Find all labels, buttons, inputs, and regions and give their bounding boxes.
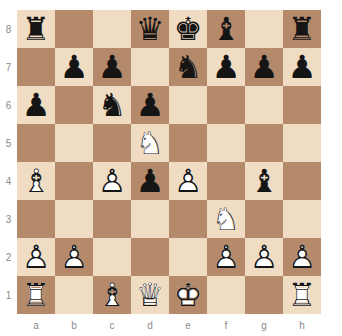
square-e8[interactable]: ♚ <box>169 10 207 48</box>
square-f4[interactable] <box>207 162 245 200</box>
square-d5[interactable]: ♞♘ <box>131 124 169 162</box>
pawn-glyph-outline: ♙ <box>17 238 55 276</box>
square-a5[interactable] <box>17 124 55 162</box>
square-h1[interactable]: ♜♖ <box>283 276 321 314</box>
file-label-f: f <box>207 314 245 336</box>
piece-black-pawn[interactable]: ♟ <box>131 86 169 124</box>
piece-white-bishop[interactable]: ♝♗ <box>93 276 131 314</box>
piece-white-rook[interactable]: ♜♖ <box>17 276 55 314</box>
file-label-c: c <box>93 314 131 336</box>
square-d6[interactable]: ♟ <box>131 86 169 124</box>
square-h8[interactable]: ♜ <box>283 10 321 48</box>
square-b6[interactable] <box>55 86 93 124</box>
file-label-e: e <box>169 314 207 336</box>
square-g1[interactable] <box>245 276 283 314</box>
piece-black-rook[interactable]: ♜ <box>283 10 321 48</box>
square-g4[interactable]: ♝ <box>245 162 283 200</box>
square-d7[interactable] <box>131 48 169 86</box>
square-c1[interactable]: ♝♗ <box>93 276 131 314</box>
piece-black-pawn[interactable]: ♟ <box>131 162 169 200</box>
piece-white-rook[interactable]: ♜♖ <box>283 276 321 314</box>
square-c2[interactable] <box>93 238 131 276</box>
pawn-glyph-outline: ♙ <box>55 238 93 276</box>
square-d4[interactable]: ♟ <box>131 162 169 200</box>
piece-white-bishop[interactable]: ♝♗ <box>17 162 55 200</box>
square-g2[interactable]: ♟♙ <box>245 238 283 276</box>
square-f6[interactable] <box>207 86 245 124</box>
square-f1[interactable] <box>207 276 245 314</box>
square-a8[interactable]: ♜ <box>17 10 55 48</box>
piece-black-rook[interactable]: ♜ <box>17 10 55 48</box>
square-g8[interactable] <box>245 10 283 48</box>
square-h2[interactable]: ♟♙ <box>283 238 321 276</box>
piece-black-pawn[interactable]: ♟ <box>283 48 321 86</box>
rank-label-3: 3 <box>0 200 17 238</box>
rook-glyph-outline: ♖ <box>283 276 321 314</box>
piece-white-queen[interactable]: ♛♕ <box>131 276 169 314</box>
square-b5[interactable] <box>55 124 93 162</box>
file-label-a: a <box>17 314 55 336</box>
square-e7[interactable]: ♞ <box>169 48 207 86</box>
pawn-glyph-outline: ♙ <box>93 162 131 200</box>
pawn-glyph-outline: ♙ <box>245 238 283 276</box>
piece-black-pawn[interactable]: ♟ <box>93 48 131 86</box>
square-a6[interactable]: ♟ <box>17 86 55 124</box>
king-glyph-outline: ♔ <box>169 276 207 314</box>
pawn-glyph-outline: ♙ <box>283 238 321 276</box>
square-a4[interactable]: ♝♗ <box>17 162 55 200</box>
piece-white-pawn[interactable]: ♟♙ <box>17 238 55 276</box>
piece-white-pawn[interactable]: ♟♙ <box>93 162 131 200</box>
square-h7[interactable]: ♟ <box>283 48 321 86</box>
square-d1[interactable]: ♛♕ <box>131 276 169 314</box>
square-b4[interactable] <box>55 162 93 200</box>
pawn-glyph-outline: ♙ <box>207 238 245 276</box>
square-f2[interactable]: ♟♙ <box>207 238 245 276</box>
rank-label-1: 1 <box>0 276 17 314</box>
piece-black-knight[interactable]: ♞ <box>169 48 207 86</box>
bishop-glyph-outline: ♗ <box>93 276 131 314</box>
square-d3[interactable] <box>131 200 169 238</box>
rank-label-5: 5 <box>0 124 17 162</box>
square-f5[interactable] <box>207 124 245 162</box>
rank-labels: 87654321 <box>0 10 17 314</box>
square-h4[interactable] <box>283 162 321 200</box>
square-c7[interactable]: ♟ <box>93 48 131 86</box>
square-h3[interactable] <box>283 200 321 238</box>
piece-white-knight[interactable]: ♞♘ <box>131 124 169 162</box>
square-b8[interactable] <box>55 10 93 48</box>
piece-black-king[interactable]: ♚ <box>169 10 207 48</box>
square-h6[interactable] <box>283 86 321 124</box>
square-a1[interactable]: ♜♖ <box>17 276 55 314</box>
piece-black-pawn[interactable]: ♟ <box>207 48 245 86</box>
square-d2[interactable] <box>131 238 169 276</box>
square-c8[interactable] <box>93 10 131 48</box>
piece-white-pawn[interactable]: ♟♙ <box>55 238 93 276</box>
file-label-h: h <box>283 314 321 336</box>
square-g3[interactable] <box>245 200 283 238</box>
queen-glyph-outline: ♕ <box>131 276 169 314</box>
square-c5[interactable] <box>93 124 131 162</box>
square-g5[interactable] <box>245 124 283 162</box>
knight-glyph-outline: ♘ <box>207 200 245 238</box>
piece-white-pawn[interactable]: ♟♙ <box>207 238 245 276</box>
chess-board[interactable]: ♜♛♚♝♜♟♟♞♟♟♟♟♞♟♞♘♝♗♟♙♟♟♙♝♞♘♟♙♟♙♟♙♟♙♟♙♜♖♝♗… <box>17 10 321 314</box>
square-e2[interactable] <box>169 238 207 276</box>
piece-black-bishop[interactable]: ♝ <box>245 162 283 200</box>
square-b7[interactable]: ♟ <box>55 48 93 86</box>
square-c6[interactable]: ♞ <box>93 86 131 124</box>
bishop-glyph-outline: ♗ <box>17 162 55 200</box>
file-labels: abcdefgh <box>17 314 321 336</box>
piece-black-pawn[interactable]: ♟ <box>17 86 55 124</box>
square-h5[interactable] <box>283 124 321 162</box>
piece-black-knight[interactable]: ♞ <box>93 86 131 124</box>
square-b1[interactable] <box>55 276 93 314</box>
square-c3[interactable] <box>93 200 131 238</box>
chess-board-widget: 87654321 ♜♛♚♝♜♟♟♞♟♟♟♟♞♟♞♘♝♗♟♙♟♟♙♝♞♘♟♙♟♙♟… <box>0 0 342 336</box>
knight-glyph-outline: ♘ <box>131 124 169 162</box>
square-e6[interactable] <box>169 86 207 124</box>
piece-black-queen[interactable]: ♛ <box>131 10 169 48</box>
square-f8[interactable]: ♝ <box>207 10 245 48</box>
square-f7[interactable]: ♟ <box>207 48 245 86</box>
square-a2[interactable]: ♟♙ <box>17 238 55 276</box>
piece-white-pawn[interactable]: ♟♙ <box>283 238 321 276</box>
square-g6[interactable] <box>245 86 283 124</box>
square-b3[interactable] <box>55 200 93 238</box>
rank-label-7: 7 <box>0 48 17 86</box>
square-d8[interactable]: ♛ <box>131 10 169 48</box>
square-a7[interactable] <box>17 48 55 86</box>
piece-black-pawn[interactable]: ♟ <box>55 48 93 86</box>
square-c4[interactable]: ♟♙ <box>93 162 131 200</box>
square-e1[interactable]: ♚♔ <box>169 276 207 314</box>
rank-label-6: 6 <box>0 86 17 124</box>
square-e5[interactable] <box>169 124 207 162</box>
file-label-b: b <box>55 314 93 336</box>
pawn-glyph-outline: ♙ <box>169 162 207 200</box>
rook-glyph-outline: ♖ <box>17 276 55 314</box>
piece-white-knight[interactable]: ♞♘ <box>207 200 245 238</box>
square-a3[interactable] <box>17 200 55 238</box>
piece-white-king[interactable]: ♚♔ <box>169 276 207 314</box>
square-e4[interactable]: ♟♙ <box>169 162 207 200</box>
piece-white-pawn[interactable]: ♟♙ <box>245 238 283 276</box>
rank-label-4: 4 <box>0 162 17 200</box>
square-g7[interactable]: ♟ <box>245 48 283 86</box>
square-b2[interactable]: ♟♙ <box>55 238 93 276</box>
piece-black-pawn[interactable]: ♟ <box>245 48 283 86</box>
piece-white-pawn[interactable]: ♟♙ <box>169 162 207 200</box>
file-label-d: d <box>131 314 169 336</box>
rank-label-2: 2 <box>0 238 17 276</box>
rank-label-8: 8 <box>0 10 17 48</box>
square-e3[interactable] <box>169 200 207 238</box>
file-label-g: g <box>245 314 283 336</box>
piece-black-bishop[interactable]: ♝ <box>207 10 245 48</box>
square-f3[interactable]: ♞♘ <box>207 200 245 238</box>
